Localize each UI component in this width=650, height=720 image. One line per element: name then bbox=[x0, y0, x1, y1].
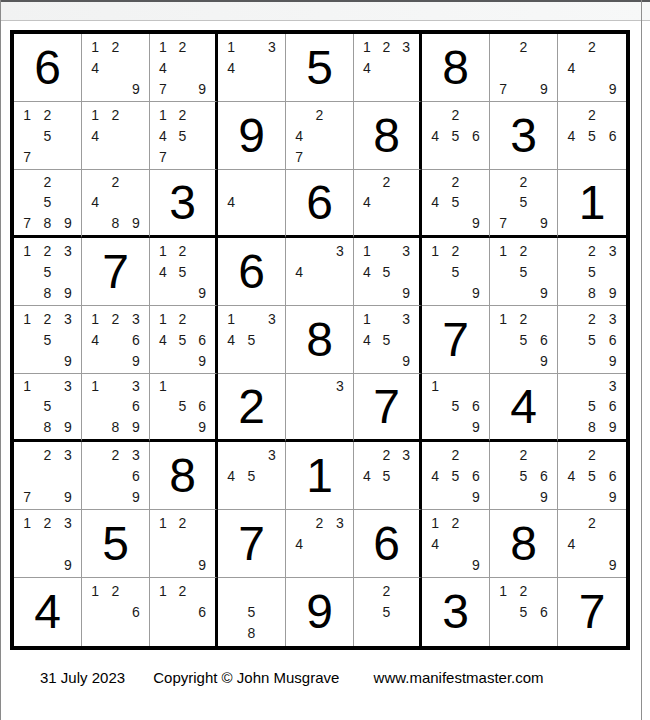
pencil-mark-4: 4 bbox=[561, 465, 582, 486]
pencil-mark-9: 9 bbox=[602, 554, 623, 575]
cell-r7c2: 2369 bbox=[82, 442, 150, 510]
pencil-marks: 2456 bbox=[558, 102, 626, 169]
pencil-marks: 1257 bbox=[14, 102, 81, 169]
pencil-mark-1: 1 bbox=[357, 36, 377, 57]
cell-r6c8: 4 bbox=[490, 374, 558, 442]
cell-r9c8: 1256 bbox=[490, 578, 558, 646]
cell-r9c4: 58 bbox=[218, 578, 286, 646]
big-digit: 6 bbox=[286, 170, 353, 235]
pencil-mark-1: 1 bbox=[425, 376, 445, 396]
pencil-marks: 2569 bbox=[490, 442, 557, 509]
pencil-mark-5: 5 bbox=[445, 465, 465, 486]
pencil-mark-3: 3 bbox=[396, 308, 416, 329]
pencil-mark-3: 3 bbox=[602, 308, 623, 329]
pencil-mark-4: 4 bbox=[85, 192, 105, 212]
pencil-mark-7: 7 bbox=[493, 78, 513, 99]
pencil-mark-5: 5 bbox=[37, 329, 57, 350]
pencil-mark-4: 4 bbox=[357, 261, 377, 282]
cell-r3c8: 2579 bbox=[490, 170, 558, 238]
right-edge-line bbox=[641, 0, 642, 720]
pencil-mark-9: 9 bbox=[126, 350, 146, 371]
big-digit: 8 bbox=[422, 34, 489, 101]
pencil-mark-6: 6 bbox=[602, 396, 623, 416]
pencil-mark-2: 2 bbox=[37, 240, 57, 261]
pencil-mark-2: 2 bbox=[37, 444, 57, 465]
big-digit: 7 bbox=[354, 374, 419, 439]
pencil-mark-9: 9 bbox=[58, 282, 78, 303]
pencil-mark-4: 4 bbox=[289, 125, 309, 146]
pencil-marks: 12569 bbox=[490, 306, 557, 373]
pencil-mark-6: 6 bbox=[466, 125, 486, 146]
pencil-mark-2: 2 bbox=[445, 444, 465, 465]
cell-r9c3: 126 bbox=[150, 578, 218, 646]
pencil-mark-2: 2 bbox=[173, 512, 193, 533]
pencil-mark-6: 6 bbox=[602, 465, 623, 486]
big-digit: 5 bbox=[82, 510, 149, 577]
pencil-mark-7: 7 bbox=[153, 146, 173, 167]
big-digit: 7 bbox=[82, 238, 149, 305]
cell-r3c5: 6 bbox=[286, 170, 354, 238]
pencil-mark-1: 1 bbox=[493, 580, 513, 601]
pencil-mark-3: 3 bbox=[126, 444, 146, 465]
pencil-mark-6: 6 bbox=[126, 329, 146, 350]
pencil-mark-9: 9 bbox=[602, 486, 623, 507]
pencil-mark-4: 4 bbox=[425, 192, 445, 212]
cell-r8c3: 129 bbox=[150, 510, 218, 578]
pencil-mark-5: 5 bbox=[241, 329, 261, 350]
big-digit: 1 bbox=[286, 442, 353, 509]
cell-r2c7: 2456 bbox=[422, 102, 490, 170]
pencil-mark-6: 6 bbox=[466, 396, 486, 416]
pencil-mark-1: 1 bbox=[425, 240, 445, 261]
pencil-mark-2: 2 bbox=[309, 104, 329, 125]
pencil-mark-9: 9 bbox=[192, 417, 212, 437]
cell-r8c4: 7 bbox=[218, 510, 286, 578]
cell-r3c3: 3 bbox=[150, 170, 218, 238]
pencil-mark-2: 2 bbox=[377, 172, 397, 192]
pencil-mark-8: 8 bbox=[105, 213, 125, 233]
pencil-mark-5: 5 bbox=[513, 261, 533, 282]
pencil-mark-9: 9 bbox=[58, 213, 78, 233]
pencil-mark-4: 4 bbox=[561, 533, 582, 554]
pencil-mark-1: 1 bbox=[221, 308, 241, 329]
pencil-mark-4: 4 bbox=[561, 57, 582, 78]
cell-r9c2: 126 bbox=[82, 578, 150, 646]
pencil-mark-4: 4 bbox=[85, 329, 105, 350]
pencil-mark-3: 3 bbox=[602, 376, 623, 396]
cell-r4c6: 13459 bbox=[354, 238, 422, 306]
big-digit: 8 bbox=[286, 306, 353, 373]
pencil-mark-9: 9 bbox=[602, 350, 623, 371]
pencil-marks: 34 bbox=[286, 238, 353, 305]
pencil-mark-2: 2 bbox=[105, 36, 125, 57]
pencil-mark-4: 4 bbox=[357, 329, 377, 350]
pencil-mark-5: 5 bbox=[513, 329, 533, 350]
pencil-marks: 1256 bbox=[490, 578, 557, 646]
cell-r1c6: 1234 bbox=[354, 34, 422, 102]
footer-website-link[interactable]: www.manifestmaster.com bbox=[374, 669, 544, 686]
cell-r5c4: 1345 bbox=[218, 306, 286, 374]
pencil-marks: 13459 bbox=[354, 238, 419, 305]
pencil-marks: 58 bbox=[218, 578, 285, 646]
pencil-mark-9: 9 bbox=[126, 213, 146, 233]
cell-r6c1: 13589 bbox=[14, 374, 82, 442]
pencil-mark-4: 4 bbox=[153, 329, 173, 350]
pencil-mark-9: 9 bbox=[534, 213, 554, 233]
pencil-mark-3: 3 bbox=[58, 444, 78, 465]
cell-r1c9: 249 bbox=[558, 34, 626, 102]
pencil-marks: 1249 bbox=[82, 34, 149, 101]
pencil-mark-1: 1 bbox=[17, 104, 37, 125]
pencil-mark-6: 6 bbox=[126, 601, 146, 622]
big-digit: 8 bbox=[490, 510, 557, 577]
cell-r3c7: 2459 bbox=[422, 170, 490, 238]
pencil-mark-3: 3 bbox=[396, 36, 416, 57]
pencil-mark-1: 1 bbox=[17, 376, 37, 396]
pencil-marks: 4 bbox=[218, 170, 285, 235]
pencil-marks: 1234 bbox=[354, 34, 419, 101]
pencil-marks: 25789 bbox=[14, 170, 81, 235]
cell-r5c6: 13459 bbox=[354, 306, 422, 374]
cell-r9c7: 3 bbox=[422, 578, 490, 646]
cell-r4c2: 7 bbox=[82, 238, 150, 306]
pencil-mark-2: 2 bbox=[173, 308, 193, 329]
pencil-mark-6: 6 bbox=[126, 465, 146, 486]
pencil-mark-5: 5 bbox=[37, 396, 57, 416]
pencil-mark-3: 3 bbox=[396, 240, 416, 261]
pencil-mark-9: 9 bbox=[192, 282, 212, 303]
pencil-mark-4: 4 bbox=[289, 533, 309, 554]
pencil-mark-2: 2 bbox=[37, 308, 57, 329]
pencil-mark-2: 2 bbox=[582, 308, 603, 329]
pencil-mark-1: 1 bbox=[85, 580, 105, 601]
pencil-mark-7: 7 bbox=[289, 146, 309, 167]
pencil-mark-3: 3 bbox=[58, 376, 78, 396]
pencil-mark-1: 1 bbox=[493, 308, 513, 329]
pencil-mark-2: 2 bbox=[445, 512, 465, 533]
pencil-mark-5: 5 bbox=[513, 465, 533, 486]
pencil-mark-1: 1 bbox=[85, 36, 105, 57]
cell-r9c9: 7 bbox=[558, 578, 626, 646]
pencil-mark-1: 1 bbox=[17, 512, 37, 533]
pencil-mark-4: 4 bbox=[221, 329, 241, 350]
pencil-mark-2: 2 bbox=[37, 512, 57, 533]
pencil-mark-6: 6 bbox=[534, 465, 554, 486]
cell-r9c6: 25 bbox=[354, 578, 422, 646]
big-digit: 4 bbox=[14, 578, 81, 646]
pencil-mark-2: 2 bbox=[173, 36, 193, 57]
pencil-mark-1: 1 bbox=[85, 104, 105, 125]
pencil-marks: 124 bbox=[82, 102, 149, 169]
pencil-marks: 12457 bbox=[150, 102, 215, 169]
pencil-mark-5: 5 bbox=[445, 192, 465, 212]
cell-r4c4: 6 bbox=[218, 238, 286, 306]
pencil-mark-2: 2 bbox=[513, 172, 533, 192]
pencil-mark-7: 7 bbox=[153, 78, 173, 99]
pencil-mark-2: 2 bbox=[582, 512, 603, 533]
pencil-mark-2: 2 bbox=[513, 444, 533, 465]
pencil-mark-7: 7 bbox=[17, 213, 37, 233]
pencil-mark-3: 3 bbox=[330, 240, 350, 261]
cell-r5c7: 7 bbox=[422, 306, 490, 374]
pencil-mark-9: 9 bbox=[58, 554, 78, 575]
cell-r4c7: 1259 bbox=[422, 238, 490, 306]
left-edge-line bbox=[0, 0, 1, 720]
cell-r8c5: 234 bbox=[286, 510, 354, 578]
pencil-mark-2: 2 bbox=[105, 308, 125, 329]
cell-r7c3: 8 bbox=[150, 442, 218, 510]
pencil-mark-8: 8 bbox=[241, 623, 261, 644]
pencil-mark-8: 8 bbox=[582, 417, 603, 437]
pencil-marks: 279 bbox=[490, 34, 557, 101]
pencil-marks: 13689 bbox=[82, 374, 149, 439]
pencil-mark-9: 9 bbox=[126, 78, 146, 99]
pencil-marks: 124569 bbox=[150, 306, 215, 373]
pencil-mark-2: 2 bbox=[105, 172, 125, 192]
pencil-mark-2: 2 bbox=[377, 444, 397, 465]
pencil-marks: 1239 bbox=[14, 510, 81, 577]
big-digit: 7 bbox=[558, 578, 626, 646]
pencil-marks: 129 bbox=[150, 510, 215, 577]
cell-r2c3: 12457 bbox=[150, 102, 218, 170]
pencil-mark-9: 9 bbox=[534, 486, 554, 507]
pencil-mark-9: 9 bbox=[466, 282, 486, 303]
pencil-mark-6: 6 bbox=[126, 396, 146, 416]
big-digit: 9 bbox=[218, 102, 285, 169]
pencil-mark-3: 3 bbox=[126, 308, 146, 329]
pencil-mark-5: 5 bbox=[377, 329, 397, 350]
cell-r4c9: 23589 bbox=[558, 238, 626, 306]
pencil-mark-3: 3 bbox=[396, 444, 416, 465]
pencil-mark-1: 1 bbox=[17, 308, 37, 329]
pencil-mark-5: 5 bbox=[241, 465, 261, 486]
pencil-mark-5: 5 bbox=[377, 465, 397, 486]
big-digit: 1 bbox=[558, 170, 626, 235]
pencil-mark-1: 1 bbox=[153, 512, 173, 533]
cell-r7c9: 24569 bbox=[558, 442, 626, 510]
pencil-marks: 249 bbox=[558, 34, 626, 101]
pencil-mark-1: 1 bbox=[85, 308, 105, 329]
cell-r8c8: 8 bbox=[490, 510, 558, 578]
pencil-mark-1: 1 bbox=[85, 376, 105, 396]
pencil-mark-1: 1 bbox=[153, 376, 173, 396]
pencil-marks: 1249 bbox=[422, 510, 489, 577]
pencil-mark-1: 1 bbox=[153, 104, 173, 125]
pencil-mark-4: 4 bbox=[425, 125, 445, 146]
cell-r6c9: 35689 bbox=[558, 374, 626, 442]
pencil-mark-2: 2 bbox=[513, 580, 533, 601]
pencil-mark-9: 9 bbox=[126, 486, 146, 507]
pencil-mark-2: 2 bbox=[513, 36, 533, 57]
pencil-marks: 23569 bbox=[558, 306, 626, 373]
pencil-mark-9: 9 bbox=[396, 282, 416, 303]
pencil-mark-9: 9 bbox=[602, 417, 623, 437]
pencil-mark-9: 9 bbox=[396, 350, 416, 371]
pencil-marks: 126 bbox=[82, 578, 149, 646]
pencil-mark-1: 1 bbox=[153, 36, 173, 57]
cell-r1c3: 12479 bbox=[150, 34, 218, 102]
cell-r5c2: 123469 bbox=[82, 306, 150, 374]
pencil-mark-3: 3 bbox=[330, 512, 350, 533]
pencil-mark-2: 2 bbox=[173, 240, 193, 261]
pencil-mark-9: 9 bbox=[466, 486, 486, 507]
pencil-marks: 24 bbox=[354, 170, 419, 235]
pencil-mark-4: 4 bbox=[425, 533, 445, 554]
pencil-mark-4: 4 bbox=[289, 261, 309, 282]
cell-r7c8: 2569 bbox=[490, 442, 558, 510]
pencil-mark-5: 5 bbox=[173, 125, 193, 146]
cell-r5c9: 23569 bbox=[558, 306, 626, 374]
pencil-mark-9: 9 bbox=[58, 350, 78, 371]
pencil-marks: 13589 bbox=[14, 374, 81, 439]
pencil-marks: 2489 bbox=[82, 170, 149, 235]
cell-r4c1: 123589 bbox=[14, 238, 82, 306]
cell-r9c5: 9 bbox=[286, 578, 354, 646]
pencil-marks: 2459 bbox=[422, 170, 489, 235]
pencil-marks: 13459 bbox=[354, 306, 419, 373]
pencil-mark-1: 1 bbox=[221, 36, 241, 57]
cell-r2c6: 8 bbox=[354, 102, 422, 170]
cell-r3c6: 24 bbox=[354, 170, 422, 238]
cell-r6c2: 13689 bbox=[82, 374, 150, 442]
big-digit: 6 bbox=[218, 238, 285, 305]
pencil-mark-2: 2 bbox=[105, 444, 125, 465]
pencil-marks: 12479 bbox=[150, 34, 215, 101]
pencil-mark-2: 2 bbox=[377, 36, 397, 57]
pencil-marks: 247 bbox=[286, 102, 353, 169]
pencil-mark-9: 9 bbox=[602, 78, 623, 99]
pencil-mark-4: 4 bbox=[357, 57, 377, 78]
pencil-marks: 24569 bbox=[422, 442, 489, 509]
pencil-mark-8: 8 bbox=[37, 282, 57, 303]
pencil-mark-3: 3 bbox=[330, 376, 350, 396]
pencil-mark-2: 2 bbox=[377, 580, 397, 601]
pencil-mark-8: 8 bbox=[37, 213, 57, 233]
pencil-mark-4: 4 bbox=[153, 57, 173, 78]
pencil-mark-1: 1 bbox=[357, 240, 377, 261]
pencil-mark-5: 5 bbox=[173, 396, 193, 416]
pencil-marks: 2379 bbox=[14, 442, 81, 509]
pencil-mark-4: 4 bbox=[85, 125, 105, 146]
pencil-mark-4: 4 bbox=[561, 125, 582, 146]
cell-r4c8: 1259 bbox=[490, 238, 558, 306]
big-digit: 3 bbox=[422, 578, 489, 646]
pencil-mark-4: 4 bbox=[221, 57, 241, 78]
pencil-marks: 345 bbox=[218, 442, 285, 509]
cell-r7c6: 2345 bbox=[354, 442, 422, 510]
pencil-mark-3: 3 bbox=[58, 240, 78, 261]
cell-r8c6: 6 bbox=[354, 510, 422, 578]
pencil-mark-5: 5 bbox=[37, 261, 57, 282]
pencil-mark-6: 6 bbox=[192, 329, 212, 350]
pencil-mark-4: 4 bbox=[85, 57, 105, 78]
cell-r2c2: 124 bbox=[82, 102, 150, 170]
cell-r7c4: 345 bbox=[218, 442, 286, 510]
pencil-mark-3: 3 bbox=[262, 444, 282, 465]
pencil-marks: 126 bbox=[150, 578, 215, 646]
pencil-marks: 249 bbox=[558, 510, 626, 577]
pencil-mark-3: 3 bbox=[58, 512, 78, 533]
big-digit: 7 bbox=[422, 306, 489, 373]
pencil-mark-9: 9 bbox=[534, 350, 554, 371]
cell-r5c1: 12359 bbox=[14, 306, 82, 374]
cell-r1c7: 8 bbox=[422, 34, 490, 102]
pencil-mark-5: 5 bbox=[173, 329, 193, 350]
pencil-mark-2: 2 bbox=[173, 104, 193, 125]
pencil-mark-4: 4 bbox=[357, 192, 377, 212]
pencil-mark-3: 3 bbox=[262, 36, 282, 57]
cell-r1c5: 5 bbox=[286, 34, 354, 102]
big-digit: 8 bbox=[150, 442, 215, 509]
pencil-marks: 1345 bbox=[218, 306, 285, 373]
pencil-mark-6: 6 bbox=[192, 601, 212, 622]
cell-r2c5: 247 bbox=[286, 102, 354, 170]
pencil-mark-1: 1 bbox=[357, 308, 377, 329]
pencil-mark-9: 9 bbox=[466, 554, 486, 575]
pencil-mark-6: 6 bbox=[534, 329, 554, 350]
pencil-marks: 24569 bbox=[558, 442, 626, 509]
pencil-mark-8: 8 bbox=[37, 417, 57, 437]
cell-r2c9: 2456 bbox=[558, 102, 626, 170]
pencil-mark-9: 9 bbox=[534, 282, 554, 303]
pencil-mark-5: 5 bbox=[37, 192, 57, 212]
pencil-marks: 3 bbox=[286, 374, 353, 439]
cell-r1c4: 134 bbox=[218, 34, 286, 102]
pencil-mark-9: 9 bbox=[192, 350, 212, 371]
cell-r6c7: 1569 bbox=[422, 374, 490, 442]
pencil-mark-5: 5 bbox=[582, 396, 603, 416]
pencil-marks: 2369 bbox=[82, 442, 149, 509]
pencil-mark-5: 5 bbox=[513, 192, 533, 212]
pencil-mark-1: 1 bbox=[153, 580, 173, 601]
pencil-mark-4: 4 bbox=[357, 465, 377, 486]
pencil-mark-4: 4 bbox=[221, 192, 241, 212]
pencil-mark-2: 2 bbox=[582, 240, 603, 261]
pencil-mark-9: 9 bbox=[466, 417, 486, 437]
cell-r1c1: 6 bbox=[14, 34, 82, 102]
pencil-mark-5: 5 bbox=[445, 261, 465, 282]
cell-r8c9: 249 bbox=[558, 510, 626, 578]
pencil-mark-5: 5 bbox=[582, 465, 603, 486]
pencil-mark-9: 9 bbox=[58, 486, 78, 507]
sudoku-page: 6124912479134512348279249125712412457924… bbox=[0, 0, 650, 720]
pencil-mark-9: 9 bbox=[126, 417, 146, 437]
pencil-mark-2: 2 bbox=[582, 36, 603, 57]
cell-r6c4: 2 bbox=[218, 374, 286, 442]
pencil-mark-1: 1 bbox=[493, 240, 513, 261]
cell-r7c1: 2379 bbox=[14, 442, 82, 510]
pencil-mark-5: 5 bbox=[582, 125, 603, 146]
cell-r9c1: 4 bbox=[14, 578, 82, 646]
pencil-mark-6: 6 bbox=[534, 601, 554, 622]
sudoku-grid: 6124912479134512348279249125712412457924… bbox=[10, 30, 630, 650]
cell-r3c9: 1 bbox=[558, 170, 626, 238]
cell-r3c1: 25789 bbox=[14, 170, 82, 238]
pencil-mark-5: 5 bbox=[377, 601, 397, 622]
pencil-mark-4: 4 bbox=[425, 465, 445, 486]
pencil-mark-4: 4 bbox=[153, 261, 173, 282]
pencil-mark-5: 5 bbox=[582, 329, 603, 350]
pencil-mark-9: 9 bbox=[58, 417, 78, 437]
big-digit: 9 bbox=[286, 578, 353, 646]
pencil-mark-1: 1 bbox=[425, 512, 445, 533]
pencil-mark-3: 3 bbox=[602, 240, 623, 261]
cell-r2c4: 9 bbox=[218, 102, 286, 170]
pencil-mark-2: 2 bbox=[37, 172, 57, 192]
pencil-mark-3: 3 bbox=[126, 376, 146, 396]
pencil-mark-3: 3 bbox=[58, 308, 78, 329]
pencil-mark-4: 4 bbox=[221, 465, 241, 486]
